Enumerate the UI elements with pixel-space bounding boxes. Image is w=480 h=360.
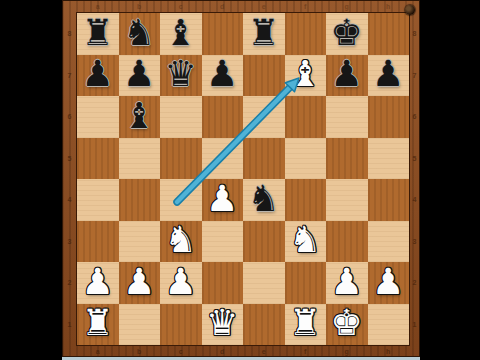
square-e3[interactable] [243,221,285,263]
file-label-g: g [326,345,368,357]
square-d1[interactable]: ♛ [202,304,244,346]
square-b6[interactable]: ♝ [119,96,161,138]
square-f5[interactable] [285,138,327,180]
square-b7[interactable]: ♟ [119,55,161,97]
square-c1[interactable] [160,304,202,346]
square-g5[interactable] [326,138,368,180]
square-b1[interactable] [119,304,161,346]
square-e6[interactable] [243,96,285,138]
square-c5[interactable] [160,138,202,180]
square-b5[interactable] [119,138,161,180]
rank-label-1: 1 [62,304,77,346]
rank-label-5: 5 [409,138,420,180]
square-h4[interactable] [368,179,410,221]
piece-black-king[interactable]: ♚ [331,15,363,51]
letterbox-right [420,0,480,360]
rank-label-1: 1 [409,304,420,346]
square-e1[interactable] [243,304,285,346]
file-label-h: h [368,345,410,357]
rank-label-6: 6 [62,96,77,138]
rank-label-4: 4 [62,179,77,221]
square-e5[interactable] [243,138,285,180]
piece-black-bishop[interactable]: ♝ [165,15,197,51]
square-d7[interactable]: ♟ [202,55,244,97]
square-b8[interactable]: ♞ [119,13,161,55]
piece-black-bishop[interactable]: ♝ [123,98,155,134]
square-a6[interactable] [77,96,119,138]
square-g6[interactable] [326,96,368,138]
square-h2[interactable]: ♟ [368,262,410,304]
square-h8[interactable] [368,13,410,55]
rank-label-8: 8 [62,13,77,55]
square-g3[interactable] [326,221,368,263]
square-f3[interactable]: ♞ [285,221,327,263]
board-squares: ♜♞♝♜♚♟♟♛♟♝♟♟♝♟♞♞♞♟♟♟♟♟♜♛♜♚ [77,13,409,345]
square-a5[interactable] [77,138,119,180]
piece-black-knight[interactable]: ♞ [123,15,155,51]
square-f8[interactable] [285,13,327,55]
square-d2[interactable] [202,262,244,304]
square-e2[interactable] [243,262,285,304]
square-h3[interactable] [368,221,410,263]
file-label-b: b [119,345,161,357]
rank-label-8: 8 [409,13,420,55]
square-h5[interactable] [368,138,410,180]
square-d6[interactable] [202,96,244,138]
piece-white-pawn[interactable]: ♟ [372,264,404,300]
piece-black-pawn[interactable]: ♟ [206,56,238,92]
piece-black-pawn[interactable]: ♟ [331,56,363,92]
piece-white-pawn[interactable]: ♟ [123,264,155,300]
square-g1[interactable]: ♚ [326,304,368,346]
square-e8[interactable]: ♜ [243,13,285,55]
file-label-d: d [202,345,244,357]
piece-black-pawn[interactable]: ♟ [123,56,155,92]
square-d5[interactable] [202,138,244,180]
square-g8[interactable]: ♚ [326,13,368,55]
file-label-f: f [285,345,327,357]
piece-black-rook[interactable]: ♜ [248,15,280,51]
piece-black-knight[interactable]: ♞ [248,181,280,217]
square-a7[interactable]: ♟ [77,55,119,97]
square-d8[interactable] [202,13,244,55]
square-b4[interactable] [119,179,161,221]
rank-label-7: 7 [62,55,77,97]
square-a8[interactable]: ♜ [77,13,119,55]
square-f4[interactable] [285,179,327,221]
rank-label-3: 3 [409,221,420,263]
rank-label-5: 5 [62,138,77,180]
square-h6[interactable] [368,96,410,138]
square-d3[interactable] [202,221,244,263]
square-c4[interactable] [160,179,202,221]
piece-white-knight[interactable]: ♞ [289,222,321,258]
piece-black-pawn[interactable]: ♟ [372,56,404,92]
chess-board: ♜♞♝♜♚♟♟♛♟♝♟♟♝♟♞♞♞♟♟♟♟♟♜♛♜♚ 8877665544332… [62,0,420,357]
rank-label-7: 7 [409,55,420,97]
letterbox-left [0,0,62,360]
square-b2[interactable]: ♟ [119,262,161,304]
piece-white-rook[interactable]: ♜ [289,305,321,341]
square-a1[interactable]: ♜ [77,304,119,346]
square-f2[interactable] [285,262,327,304]
file-label-h: h [368,0,410,13]
square-b3[interactable] [119,221,161,263]
square-a3[interactable] [77,221,119,263]
piece-white-pawn[interactable]: ♟ [331,264,363,300]
piece-white-pawn[interactable]: ♟ [82,264,114,300]
square-e7[interactable] [243,55,285,97]
square-c7[interactable]: ♛ [160,55,202,97]
square-f6[interactable] [285,96,327,138]
piece-black-queen[interactable]: ♛ [165,56,197,92]
file-label-e: e [243,345,285,357]
piece-white-bishop[interactable]: ♝ [289,56,321,92]
rank-label-3: 3 [62,221,77,263]
square-g7[interactable]: ♟ [326,55,368,97]
piece-white-rook[interactable]: ♜ [82,305,114,341]
square-f1[interactable]: ♜ [285,304,327,346]
piece-black-rook[interactable]: ♜ [82,15,114,51]
square-c3[interactable]: ♞ [160,221,202,263]
square-f7[interactable]: ♝ [285,55,327,97]
piece-white-pawn[interactable]: ♟ [206,181,238,217]
file-label-f: f [285,0,327,13]
rank-label-2: 2 [62,262,77,304]
square-h7[interactable]: ♟ [368,55,410,97]
square-h1[interactable] [368,304,410,346]
file-label-a: a [77,345,119,357]
square-c6[interactable] [160,96,202,138]
rank-label-6: 6 [409,96,420,138]
square-e4[interactable]: ♞ [243,179,285,221]
square-a4[interactable] [77,179,119,221]
piece-white-king[interactable]: ♚ [331,305,363,341]
piece-white-pawn[interactable]: ♟ [165,264,197,300]
file-label-d: d [202,0,244,13]
square-g2[interactable]: ♟ [326,262,368,304]
square-d4[interactable]: ♟ [202,179,244,221]
square-g4[interactable] [326,179,368,221]
piece-black-pawn[interactable]: ♟ [82,56,114,92]
piece-white-queen[interactable]: ♛ [206,305,238,341]
video-frame: ♜♞♝♜♚♟♟♛♟♝♟♟♝♟♞♞♞♟♟♟♟♟♜♛♜♚ 8877665544332… [0,0,480,360]
piece-white-knight[interactable]: ♞ [165,222,197,258]
rank-label-2: 2 [409,262,420,304]
square-c8[interactable]: ♝ [160,13,202,55]
screw-icon [405,5,415,15]
file-label-c: c [160,345,202,357]
square-c2[interactable]: ♟ [160,262,202,304]
rank-label-4: 4 [409,179,420,221]
square-a2[interactable]: ♟ [77,262,119,304]
